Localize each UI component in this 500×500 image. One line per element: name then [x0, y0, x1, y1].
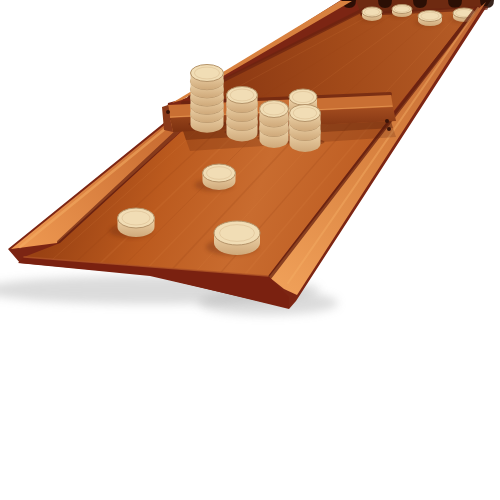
stacked-puck	[260, 101, 289, 128]
product-image-canvas	[0, 0, 500, 500]
puck-stack-5	[290, 105, 321, 153]
near-lane-puck	[118, 208, 155, 237]
puck-stack-3	[227, 87, 258, 142]
puck-stack-2	[191, 65, 224, 133]
stacked-puck	[191, 65, 224, 90]
screw	[387, 127, 391, 131]
screw	[166, 110, 170, 114]
far-gate-puck	[362, 7, 382, 21]
near-lane-puck	[214, 221, 260, 255]
shuffleboard-board-scene	[0, 0, 500, 500]
far-gate-puck	[392, 5, 412, 18]
near-lane-puck	[203, 164, 236, 190]
stacked-puck	[290, 105, 321, 132]
shuffleboard-product-photo[interactable]	[0, 0, 500, 500]
puck-stack-4	[260, 101, 289, 149]
stacked-puck	[227, 87, 258, 113]
far-gate-puck	[418, 11, 442, 27]
screw	[385, 119, 389, 123]
